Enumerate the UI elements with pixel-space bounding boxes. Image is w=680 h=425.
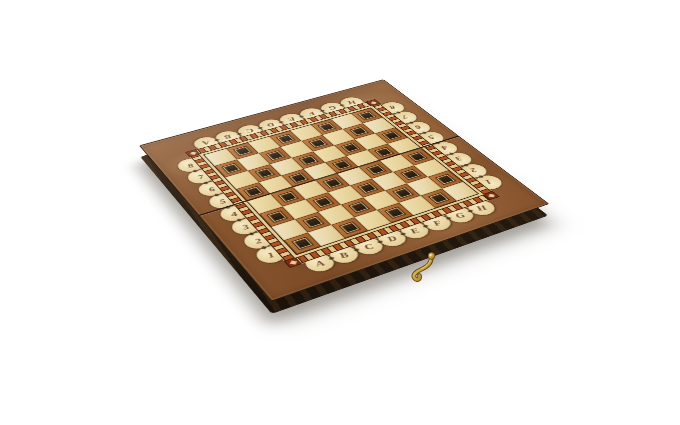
divider-dot	[401, 232, 406, 235]
product-photo-stage: AA11BB22CC33DD44EE55FF66GG77HH88	[0, 0, 680, 425]
brass-clasp-icon	[404, 248, 446, 290]
divider-dot	[340, 104, 344, 106]
divider-dot	[249, 232, 255, 235]
divider-dot	[422, 131, 426, 133]
divider-dot	[464, 164, 469, 167]
divider-dot	[409, 121, 413, 123]
board-top-face: AA11BB22CC33DD44EE55FF66GG77HH88	[139, 79, 550, 301]
divider-dot	[203, 181, 208, 184]
chessboard-scene: AA11BB22CC33DD44EE55FF66GG77HH88	[139, 80, 549, 302]
divider-dot	[478, 175, 483, 178]
